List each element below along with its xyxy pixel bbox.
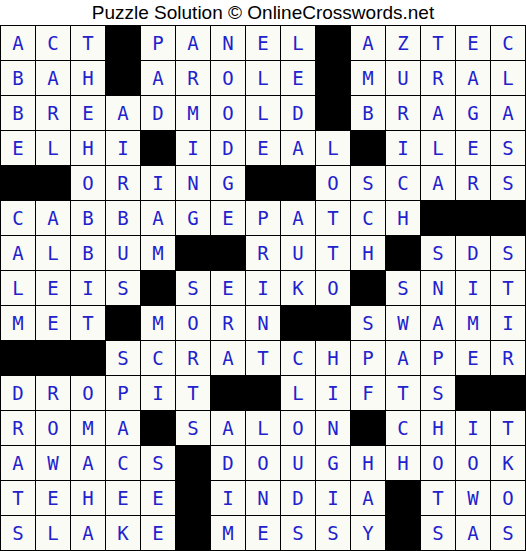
letter-cell-r1c7: N [211, 26, 245, 60]
letter-cell-r7c10: T [316, 236, 350, 270]
letter-cell-r5c6: N [176, 166, 210, 200]
letter-cell-r6c6: G [176, 201, 210, 235]
black-cell-r6c14 [456, 201, 490, 235]
letter-cell-r6c10: T [316, 201, 350, 235]
letter-cell-r8c7: E [211, 271, 245, 305]
letter-cell-r7c8: R [246, 236, 280, 270]
letter-cell-r13c5: S [141, 446, 175, 480]
letter-cell-r3c11: B [351, 96, 385, 130]
letter-cell-r15c2: L [36, 516, 70, 550]
letter-cell-r12c2: O [36, 411, 70, 445]
letter-cell-r2c5: A [141, 61, 175, 95]
letter-cell-r11c2: R [36, 376, 70, 410]
black-cell-r5c1 [1, 166, 35, 200]
letter-cell-r11c1: D [1, 376, 35, 410]
letter-cell-r2c3: H [71, 61, 105, 95]
letter-cell-r10c8: T [246, 341, 280, 375]
letter-cell-r7c2: L [36, 236, 70, 270]
black-cell-r2c10 [316, 61, 350, 95]
letter-cell-r1c15: C [491, 26, 525, 60]
letter-cell-r7c13: S [421, 236, 455, 270]
letter-cell-r3c1: B [1, 96, 35, 130]
black-cell-r3c10 [316, 96, 350, 130]
letter-cell-r13c1: A [1, 446, 35, 480]
letter-cell-r4c15: S [491, 131, 525, 165]
black-cell-r6c15 [491, 201, 525, 235]
letter-cell-r10c14: E [456, 341, 490, 375]
black-cell-r5c2 [36, 166, 70, 200]
letter-cell-r2c9: E [281, 61, 315, 95]
letter-cell-r4c4: I [106, 131, 140, 165]
letter-cell-r10c13: P [421, 341, 455, 375]
letter-cell-r11c12: T [386, 376, 420, 410]
letter-cell-r9c7: R [211, 306, 245, 340]
letter-cell-r5c14: R [456, 166, 490, 200]
letter-cell-r3c8: L [246, 96, 280, 130]
letter-cell-r7c1: A [1, 236, 35, 270]
letter-cell-r4c3: H [71, 131, 105, 165]
letter-cell-r2c6: R [176, 61, 210, 95]
letter-cell-r14c8: N [246, 481, 280, 515]
letter-cell-r6c2: A [36, 201, 70, 235]
letter-cell-r8c4: S [106, 271, 140, 305]
letter-cell-r1c14: E [456, 26, 490, 60]
letter-cell-r3c4: A [106, 96, 140, 130]
letter-cell-r3c2: R [36, 96, 70, 130]
letter-cell-r15c1: S [1, 516, 35, 550]
letter-cell-r6c3: B [71, 201, 105, 235]
black-cell-r10c2 [36, 341, 70, 375]
letter-cell-r4c12: I [386, 131, 420, 165]
letter-cell-r12c8: L [246, 411, 280, 445]
letter-cell-r12c7: A [211, 411, 245, 445]
letter-cell-r8c10: O [316, 271, 350, 305]
letter-cell-r12c10: N [316, 411, 350, 445]
letter-cell-r14c5: E [141, 481, 175, 515]
letter-cell-r3c12: R [386, 96, 420, 130]
letter-cell-r3c5: D [141, 96, 175, 130]
letter-cell-r9c2: E [36, 306, 70, 340]
letter-cell-r2c14: A [456, 61, 490, 95]
letter-cell-r13c11: H [351, 446, 385, 480]
black-cell-r5c8 [246, 166, 280, 200]
black-cell-r13c6 [176, 446, 210, 480]
letter-cell-r9c6: O [176, 306, 210, 340]
letter-cell-r14c2: E [36, 481, 70, 515]
letter-cell-r13c14: O [456, 446, 490, 480]
letter-cell-r11c10: I [316, 376, 350, 410]
black-cell-r7c6 [176, 236, 210, 270]
letter-cell-r9c3: T [71, 306, 105, 340]
black-cell-r5c9 [281, 166, 315, 200]
letter-cell-r15c14: A [456, 516, 490, 550]
letter-cell-r9c13: A [421, 306, 455, 340]
letter-cell-r1c3: T [71, 26, 105, 60]
letter-cell-r13c8: O [246, 446, 280, 480]
letter-cell-r12c12: C [386, 411, 420, 445]
letter-cell-r7c5: M [141, 236, 175, 270]
letter-cell-r7c14: D [456, 236, 490, 270]
letter-cell-r14c13: T [421, 481, 455, 515]
black-cell-r9c4 [106, 306, 140, 340]
letter-cell-r11c5: I [141, 376, 175, 410]
letter-cell-r8c15: T [491, 271, 525, 305]
letter-cell-r9c8: N [246, 306, 280, 340]
black-cell-r11c15 [491, 376, 525, 410]
letter-cell-r1c2: C [36, 26, 70, 60]
letter-cell-r10c15: R [491, 341, 525, 375]
letter-cell-r15c10: S [316, 516, 350, 550]
letter-cell-r7c11: H [351, 236, 385, 270]
letter-cell-r13c15: K [491, 446, 525, 480]
letter-cell-r5c10: O [316, 166, 350, 200]
letter-cell-r4c8: E [246, 131, 280, 165]
puzzle-solution-page: Puzzle Solution © OnlineCrosswords.net A… [0, 0, 526, 551]
letter-cell-r12c14: I [456, 411, 490, 445]
letter-cell-r13c3: A [71, 446, 105, 480]
black-cell-r10c1 [1, 341, 35, 375]
letter-cell-r5c5: I [141, 166, 175, 200]
letter-cell-r2c11: M [351, 61, 385, 95]
letter-cell-r14c4: E [106, 481, 140, 515]
letter-cell-r4c10: L [316, 131, 350, 165]
letter-cell-r11c9: L [281, 376, 315, 410]
letter-cell-r10c7: A [211, 341, 245, 375]
letter-cell-r10c10: H [316, 341, 350, 375]
black-cell-r11c7 [211, 376, 245, 410]
letter-cell-r13c9: U [281, 446, 315, 480]
letter-cell-r8c1: L [1, 271, 35, 305]
letter-cell-r5c13: A [421, 166, 455, 200]
letter-cell-r7c4: U [106, 236, 140, 270]
black-cell-r11c8 [246, 376, 280, 410]
letter-cell-r8c13: N [421, 271, 455, 305]
letter-cell-r13c7: D [211, 446, 245, 480]
letter-cell-r3c3: E [71, 96, 105, 130]
letter-cell-r8c8: I [246, 271, 280, 305]
letter-cell-r4c9: A [281, 131, 315, 165]
letter-cell-r3c15: A [491, 96, 525, 130]
letter-cell-r5c12: C [386, 166, 420, 200]
black-cell-r9c10 [316, 306, 350, 340]
letter-cell-r10c11: P [351, 341, 385, 375]
letter-cell-r12c4: A [106, 411, 140, 445]
letter-cell-r15c11: Y [351, 516, 385, 550]
letter-cell-r5c11: S [351, 166, 385, 200]
letter-cell-r15c3: A [71, 516, 105, 550]
letter-cell-r2c12: U [386, 61, 420, 95]
letter-cell-r10c4: S [106, 341, 140, 375]
letter-cell-r12c15: T [491, 411, 525, 445]
letter-cell-r4c1: E [1, 131, 35, 165]
letter-cell-r14c14: W [456, 481, 490, 515]
letter-cell-r12c1: R [1, 411, 35, 445]
letter-cell-r4c13: L [421, 131, 455, 165]
letter-cell-r14c15: O [491, 481, 525, 515]
letter-cell-r8c12: S [386, 271, 420, 305]
letter-cell-r3c13: A [421, 96, 455, 130]
black-cell-r1c10 [316, 26, 350, 60]
letter-cell-r4c6: I [176, 131, 210, 165]
black-cell-r4c11 [351, 131, 385, 165]
letter-cell-r7c3: B [71, 236, 105, 270]
letter-cell-r1c9: L [281, 26, 315, 60]
black-cell-r9c9 [281, 306, 315, 340]
black-cell-r8c11 [351, 271, 385, 305]
letter-cell-r2c15: L [491, 61, 525, 95]
letter-cell-r7c9: U [281, 236, 315, 270]
letter-cell-r6c5: A [141, 201, 175, 235]
letter-cell-r6c8: P [246, 201, 280, 235]
letter-cell-r8c3: I [71, 271, 105, 305]
letter-cell-r6c9: A [281, 201, 315, 235]
letter-cell-r11c6: T [176, 376, 210, 410]
letter-cell-r5c4: R [106, 166, 140, 200]
letter-cell-r12c6: S [176, 411, 210, 445]
black-cell-r11c14 [456, 376, 490, 410]
letter-cell-r1c13: T [421, 26, 455, 60]
letter-cell-r2c1: B [1, 61, 35, 95]
letter-cell-r5c3: O [71, 166, 105, 200]
letter-cell-r15c8: E [246, 516, 280, 550]
letter-cell-r14c7: I [211, 481, 245, 515]
letter-cell-r6c4: B [106, 201, 140, 235]
letter-cell-r15c4: K [106, 516, 140, 550]
black-cell-r6c13 [421, 201, 455, 235]
letter-cell-r2c13: R [421, 61, 455, 95]
letter-cell-r14c11: A [351, 481, 385, 515]
letter-cell-r2c8: L [246, 61, 280, 95]
letter-cell-r5c15: S [491, 166, 525, 200]
letter-cell-r10c5: C [141, 341, 175, 375]
letter-cell-r9c14: M [456, 306, 490, 340]
letter-cell-r13c4: C [106, 446, 140, 480]
letter-cell-r13c12: H [386, 446, 420, 480]
letter-cell-r15c7: M [211, 516, 245, 550]
letter-cell-r14c1: T [1, 481, 35, 515]
letter-cell-r9c11: S [351, 306, 385, 340]
black-cell-r7c12 [386, 236, 420, 270]
black-cell-r14c12 [386, 481, 420, 515]
black-cell-r8c5 [141, 271, 175, 305]
letter-cell-r6c12: H [386, 201, 420, 235]
letter-cell-r3c6: M [176, 96, 210, 130]
letter-cell-r15c9: S [281, 516, 315, 550]
letter-cell-r8c6: S [176, 271, 210, 305]
letter-cell-r10c12: A [386, 341, 420, 375]
letter-cell-r9c1: M [1, 306, 35, 340]
letter-cell-r4c7: D [211, 131, 245, 165]
black-cell-r12c5 [141, 411, 175, 445]
letter-cell-r12c3: M [71, 411, 105, 445]
letter-cell-r9c5: M [141, 306, 175, 340]
letter-cell-r1c8: E [246, 26, 280, 60]
black-cell-r15c6 [176, 516, 210, 550]
letter-cell-r8c2: E [36, 271, 70, 305]
letter-cell-r4c2: L [36, 131, 70, 165]
letter-cell-r11c3: O [71, 376, 105, 410]
letter-cell-r10c6: R [176, 341, 210, 375]
letter-cell-r6c1: C [1, 201, 35, 235]
letter-cell-r2c2: A [36, 61, 70, 95]
letter-cell-r8c14: I [456, 271, 490, 305]
crossword-grid: ACTPANELAZTECBAHAROLEMURALBREADMOLDBRAGA… [0, 25, 526, 551]
letter-cell-r3c9: D [281, 96, 315, 130]
letter-cell-r15c15: S [491, 516, 525, 550]
letter-cell-r9c15: I [491, 306, 525, 340]
black-cell-r4c5 [141, 131, 175, 165]
letter-cell-r3c7: O [211, 96, 245, 130]
black-cell-r7c7 [211, 236, 245, 270]
letter-cell-r1c6: A [176, 26, 210, 60]
letter-cell-r10c9: C [281, 341, 315, 375]
letter-cell-r14c9: D [281, 481, 315, 515]
letter-cell-r4c14: E [456, 131, 490, 165]
black-cell-r12c11 [351, 411, 385, 445]
black-cell-r2c4 [106, 61, 140, 95]
letter-cell-r1c5: P [141, 26, 175, 60]
letter-cell-r3c14: G [456, 96, 490, 130]
letter-cell-r15c5: E [141, 516, 175, 550]
letter-cell-r11c13: S [421, 376, 455, 410]
black-cell-r10c3 [71, 341, 105, 375]
letter-cell-r8c9: K [281, 271, 315, 305]
letter-cell-r6c11: C [351, 201, 385, 235]
letter-cell-r13c2: W [36, 446, 70, 480]
letter-cell-r2c7: O [211, 61, 245, 95]
black-cell-r1c4 [106, 26, 140, 60]
black-cell-r15c12 [386, 516, 420, 550]
letter-cell-r15c13: S [421, 516, 455, 550]
letter-cell-r1c1: A [1, 26, 35, 60]
letter-cell-r11c11: F [351, 376, 385, 410]
letter-cell-r13c10: G [316, 446, 350, 480]
letter-cell-r7c15: S [491, 236, 525, 270]
black-cell-r14c6 [176, 481, 210, 515]
page-title: Puzzle Solution © OnlineCrosswords.net [0, 0, 526, 25]
letter-cell-r12c13: H [421, 411, 455, 445]
letter-cell-r13c13: O [421, 446, 455, 480]
letter-cell-r12c9: O [281, 411, 315, 445]
letter-cell-r1c11: A [351, 26, 385, 60]
letter-cell-r1c12: Z [386, 26, 420, 60]
letter-cell-r14c10: I [316, 481, 350, 515]
letter-cell-r6c7: E [211, 201, 245, 235]
letter-cell-r11c4: P [106, 376, 140, 410]
letter-cell-r9c12: W [386, 306, 420, 340]
letter-cell-r5c7: G [211, 166, 245, 200]
letter-cell-r14c3: H [71, 481, 105, 515]
